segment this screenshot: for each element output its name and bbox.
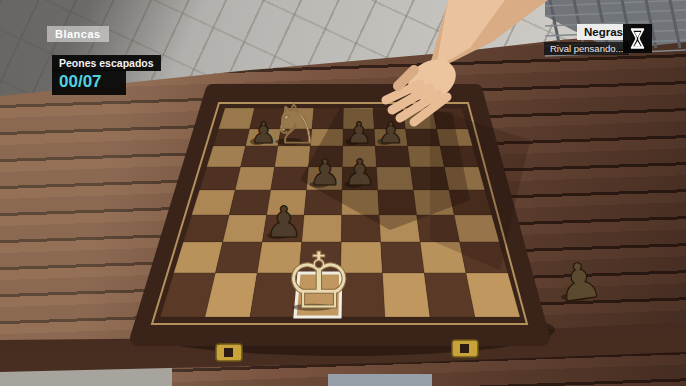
- square-b2: [215, 242, 262, 273]
- square-b5: [235, 167, 274, 190]
- white-king-d1: ♔: [284, 236, 354, 326]
- escaped-pawns-title: Peones escapados: [52, 55, 161, 71]
- game-screenshot: ♘♟♟♟♟♟♟♔♟ Blancas Peones escapados 00/07…: [0, 0, 686, 386]
- square-b3: [223, 215, 267, 242]
- clasp-left-slot: [224, 348, 233, 357]
- hourglass-icon: [629, 28, 646, 49]
- white-knight-c7: ♘: [271, 93, 319, 156]
- black-pawn-b7: ♟: [250, 116, 276, 150]
- white-player-label: Blancas: [47, 26, 109, 42]
- square-a5: [200, 167, 241, 190]
- square-f2: [381, 242, 425, 273]
- black-pawn-d5: ♟: [309, 151, 341, 194]
- square-a7: [213, 129, 249, 146]
- clasp-right-slot: [460, 344, 469, 353]
- square-a8: [219, 108, 255, 129]
- opponent-thinking-status: Rival pensando...: [544, 42, 629, 55]
- escaped-pawns-counter: 00/07: [52, 70, 126, 95]
- black-pawn-e7: ♟: [346, 116, 372, 150]
- captured-black-pawn: ♟: [553, 250, 605, 314]
- square-a6: [207, 146, 246, 167]
- black-pawn-e5: ♟: [343, 151, 375, 194]
- square-a3: [183, 215, 229, 242]
- turn-timer-badge: [623, 24, 652, 53]
- square-f1: [383, 273, 431, 317]
- square-a4: [192, 190, 236, 215]
